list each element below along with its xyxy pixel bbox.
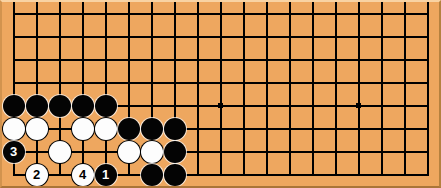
- intersection-N3: [278, 117, 301, 140]
- intersection-L2: [232, 140, 255, 163]
- black-stone-H3: [164, 118, 186, 140]
- intersection-B4: [25, 94, 48, 117]
- intersection-H3: [163, 117, 186, 140]
- intersection-G7: [140, 25, 163, 48]
- intersection-F3: [117, 117, 140, 140]
- intersection-F5: [117, 71, 140, 94]
- intersection-R7: [370, 25, 393, 48]
- white-stone-F2: [118, 141, 140, 163]
- intersection-P1: [324, 163, 347, 186]
- intersection-S2: [393, 140, 416, 163]
- black-stone-E4: [95, 95, 117, 117]
- move-number-2: 2: [33, 164, 40, 186]
- intersection-E6: [94, 48, 117, 71]
- intersection-F4: [117, 94, 140, 117]
- intersection-K1: [209, 163, 232, 186]
- intersection-L1: [232, 163, 255, 186]
- intersection-P7: [324, 25, 347, 48]
- intersection-A8: [2, 2, 25, 25]
- intersection-B8: [25, 2, 48, 25]
- intersection-S8: [393, 2, 416, 25]
- intersection-F2: [117, 140, 140, 163]
- intersection-A2: 3: [2, 140, 25, 163]
- intersection-A1: [2, 163, 25, 186]
- intersection-O8: [301, 2, 324, 25]
- intersection-B5: [25, 71, 48, 94]
- intersection-G6: [140, 48, 163, 71]
- intersection-O3: [301, 117, 324, 140]
- black-stone-A2: 3: [3, 141, 25, 163]
- intersection-G3: [140, 117, 163, 140]
- intersection-D4: [71, 94, 94, 117]
- intersection-O1: [301, 163, 324, 186]
- intersection-T2: [416, 140, 439, 163]
- intersection-L3: [232, 117, 255, 140]
- intersection-K2: [209, 140, 232, 163]
- intersection-M5: [255, 71, 278, 94]
- intersection-O7: [301, 25, 324, 48]
- intersection-E7: [94, 25, 117, 48]
- intersection-L6: [232, 48, 255, 71]
- intersection-A7: [2, 25, 25, 48]
- intersection-R4: [370, 94, 393, 117]
- intersection-G2: [140, 140, 163, 163]
- intersection-C8: [48, 2, 71, 25]
- intersection-D1: 4: [71, 163, 94, 186]
- intersection-J7: [186, 25, 209, 48]
- white-stone-G2: [141, 141, 163, 163]
- intersection-B1: 2: [25, 163, 48, 186]
- intersection-Q3: [347, 117, 370, 140]
- intersection-J3: [186, 117, 209, 140]
- intersection-M6: [255, 48, 278, 71]
- intersection-B2: [25, 140, 48, 163]
- intersection-H6: [163, 48, 186, 71]
- intersection-S7: [393, 25, 416, 48]
- intersection-J5: [186, 71, 209, 94]
- intersection-H4: [163, 94, 186, 117]
- intersection-A3: [2, 117, 25, 140]
- intersection-J1: [186, 163, 209, 186]
- intersection-Q8: [347, 2, 370, 25]
- intersection-S3: [393, 117, 416, 140]
- intersection-Q7: [347, 25, 370, 48]
- intersection-Q1: [347, 163, 370, 186]
- black-stone-G1: [141, 164, 163, 186]
- intersection-D8: [71, 2, 94, 25]
- intersection-R6: [370, 48, 393, 71]
- intersection-C3: [48, 117, 71, 140]
- black-stone-A4: [3, 95, 25, 117]
- intersection-N1: [278, 163, 301, 186]
- intersection-C7: [48, 25, 71, 48]
- intersection-A6: [2, 48, 25, 71]
- intersection-E8: [94, 2, 117, 25]
- intersection-C4: [48, 94, 71, 117]
- intersection-M1: [255, 163, 278, 186]
- intersection-F8: [117, 2, 140, 25]
- star-point-Q4: [356, 103, 361, 108]
- intersection-D7: [71, 25, 94, 48]
- white-stone-B1: 2: [26, 164, 48, 186]
- intersection-Q2: [347, 140, 370, 163]
- intersection-N4: [278, 94, 301, 117]
- intersection-H5: [163, 71, 186, 94]
- star-point-K4: [218, 103, 223, 108]
- intersection-G1: [140, 163, 163, 186]
- white-stone-D1: 4: [72, 164, 94, 186]
- intersection-K3: [209, 117, 232, 140]
- intersection-S4: [393, 94, 416, 117]
- intersection-K4: [209, 94, 232, 117]
- intersection-J2: [186, 140, 209, 163]
- intersection-B3: [25, 117, 48, 140]
- intersection-D2: [71, 140, 94, 163]
- intersection-O5: [301, 71, 324, 94]
- intersection-T7: [416, 25, 439, 48]
- intersection-C1: [48, 163, 71, 186]
- intersection-K6: [209, 48, 232, 71]
- intersection-N5: [278, 71, 301, 94]
- intersection-J4: [186, 94, 209, 117]
- black-stone-G3: [141, 118, 163, 140]
- intersection-L5: [232, 71, 255, 94]
- intersection-M7: [255, 25, 278, 48]
- intersection-H1: [163, 163, 186, 186]
- intersection-P3: [324, 117, 347, 140]
- white-stone-B3: [26, 118, 48, 140]
- intersection-R3: [370, 117, 393, 140]
- intersection-E5: [94, 71, 117, 94]
- intersection-J8: [186, 2, 209, 25]
- intersection-B7: [25, 25, 48, 48]
- black-stone-E1: 1: [95, 164, 117, 186]
- intersection-R5: [370, 71, 393, 94]
- white-stone-A3: [3, 118, 25, 140]
- move-number-3: 3: [10, 141, 17, 163]
- intersection-H2: [163, 140, 186, 163]
- intersection-S5: [393, 71, 416, 94]
- go-board-grid: 3241: [2, 2, 439, 186]
- black-stone-C4: [49, 95, 71, 117]
- intersection-E3: [94, 117, 117, 140]
- intersection-K8: [209, 2, 232, 25]
- intersection-N6: [278, 48, 301, 71]
- intersection-Q5: [347, 71, 370, 94]
- intersection-B6: [25, 48, 48, 71]
- intersection-P4: [324, 94, 347, 117]
- intersection-Q6: [347, 48, 370, 71]
- intersection-C6: [48, 48, 71, 71]
- intersection-L7: [232, 25, 255, 48]
- intersection-L4: [232, 94, 255, 117]
- black-stone-H2: [164, 141, 186, 163]
- intersection-T3: [416, 117, 439, 140]
- intersection-O6: [301, 48, 324, 71]
- intersection-G8: [140, 2, 163, 25]
- intersection-N7: [278, 25, 301, 48]
- intersection-G5: [140, 71, 163, 94]
- intersection-P8: [324, 2, 347, 25]
- intersection-T8: [416, 2, 439, 25]
- intersection-A4: [2, 94, 25, 117]
- intersection-T5: [416, 71, 439, 94]
- intersection-H8: [163, 2, 186, 25]
- intersection-E1: 1: [94, 163, 117, 186]
- intersection-A5: [2, 71, 25, 94]
- intersection-K7: [209, 25, 232, 48]
- intersection-T6: [416, 48, 439, 71]
- intersection-S1: [393, 163, 416, 186]
- intersection-H7: [163, 25, 186, 48]
- move-number-4: 4: [79, 164, 86, 186]
- intersection-K5: [209, 71, 232, 94]
- intersection-D3: [71, 117, 94, 140]
- intersection-P5: [324, 71, 347, 94]
- black-stone-F3: [118, 118, 140, 140]
- black-stone-D4: [72, 95, 94, 117]
- intersection-E4: [94, 94, 117, 117]
- intersection-O4: [301, 94, 324, 117]
- intersection-E2: [94, 140, 117, 163]
- intersection-L8: [232, 2, 255, 25]
- white-stone-D3: [72, 118, 94, 140]
- intersection-R8: [370, 2, 393, 25]
- intersection-P2: [324, 140, 347, 163]
- intersection-F7: [117, 25, 140, 48]
- intersection-M3: [255, 117, 278, 140]
- intersection-G4: [140, 94, 163, 117]
- white-stone-C2: [49, 141, 71, 163]
- intersection-J6: [186, 48, 209, 71]
- move-number-1: 1: [102, 164, 109, 186]
- intersection-C5: [48, 71, 71, 94]
- intersection-N8: [278, 2, 301, 25]
- intersection-M2: [255, 140, 278, 163]
- intersection-D6: [71, 48, 94, 71]
- intersection-S6: [393, 48, 416, 71]
- intersection-P6: [324, 48, 347, 71]
- intersection-R2: [370, 140, 393, 163]
- intersection-F1: [117, 163, 140, 186]
- intersection-M4: [255, 94, 278, 117]
- intersection-T1: [416, 163, 439, 186]
- intersection-Q4: [347, 94, 370, 117]
- black-stone-H1: [164, 164, 186, 186]
- black-stone-B4: [26, 95, 48, 117]
- intersection-C2: [48, 140, 71, 163]
- white-stone-E3: [95, 118, 117, 140]
- intersection-O2: [301, 140, 324, 163]
- intersection-M8: [255, 2, 278, 25]
- intersection-T4: [416, 94, 439, 117]
- go-board-diagram: 3241: [0, 0, 441, 188]
- intersection-D5: [71, 71, 94, 94]
- intersection-N2: [278, 140, 301, 163]
- intersection-F6: [117, 48, 140, 71]
- intersection-R1: [370, 163, 393, 186]
